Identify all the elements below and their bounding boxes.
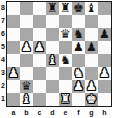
black-pawn[interactable]: ♟ [99, 28, 110, 41]
black-king[interactable]: ♚ [73, 2, 84, 15]
square-c6[interactable] [33, 28, 46, 41]
square-h8[interactable] [98, 2, 111, 15]
square-c5[interactable]: ♟ [33, 41, 46, 54]
chess-board: ♜♜♚♝♛♞♟♟♟♟♟♝♞♟♞♟♛♟♟♝♜♚ [6, 1, 112, 107]
black-bishop[interactable]: ♝ [86, 2, 97, 15]
square-e6[interactable]: ♛ [59, 28, 72, 41]
square-c2[interactable] [33, 80, 46, 93]
square-b4[interactable] [20, 54, 33, 67]
square-f1[interactable] [72, 93, 85, 106]
chess-diagram: ♜♜♚♝♛♞♟♟♟♟♟♝♞♟♞♟♛♟♟♝♜♚ 87654321 abcdefgh [0, 0, 118, 118]
white-pawn[interactable]: ♟ [99, 67, 110, 80]
square-g2[interactable]: ♟ [85, 80, 98, 93]
file-label-f: f [72, 108, 85, 117]
black-knight[interactable]: ♞ [60, 54, 71, 67]
square-e3[interactable] [59, 67, 72, 80]
file-label-a: a [7, 108, 20, 117]
square-a5[interactable] [7, 41, 20, 54]
square-e1[interactable]: ♜ [59, 93, 72, 106]
black-rook[interactable]: ♜ [60, 2, 71, 15]
square-e2[interactable] [59, 80, 72, 93]
square-c7[interactable] [33, 15, 46, 28]
square-b8[interactable] [20, 2, 33, 15]
square-e5[interactable] [59, 41, 72, 54]
square-d3[interactable] [46, 67, 59, 80]
square-b2[interactable]: ♛ [20, 80, 33, 93]
rank-label-3: 3 [0, 66, 6, 79]
square-h4[interactable] [98, 54, 111, 67]
square-f3[interactable]: ♞ [72, 67, 85, 80]
square-e4[interactable]: ♞ [59, 54, 72, 67]
file-label-e: e [59, 108, 72, 117]
square-g6[interactable] [85, 28, 98, 41]
rank-label-1: 1 [0, 92, 6, 105]
square-h3[interactable]: ♟ [98, 67, 111, 80]
square-d1[interactable] [46, 93, 59, 106]
square-h2[interactable] [98, 80, 111, 93]
white-pawn[interactable]: ♟ [34, 41, 45, 54]
white-pawn[interactable]: ♟ [8, 67, 19, 80]
square-b1[interactable]: ♝ [20, 93, 33, 106]
file-label-d: d [46, 108, 59, 117]
white-rook[interactable]: ♜ [60, 93, 71, 106]
white-pawn[interactable]: ♟ [21, 41, 32, 54]
square-c3[interactable] [33, 67, 46, 80]
square-g7[interactable] [85, 15, 98, 28]
square-f5[interactable]: ♟ [72, 41, 85, 54]
black-pawn[interactable]: ♟ [86, 41, 97, 54]
square-e7[interactable] [59, 15, 72, 28]
white-bishop[interactable]: ♝ [47, 54, 58, 67]
rank-label-8: 8 [0, 1, 6, 14]
square-a7[interactable] [7, 15, 20, 28]
square-h6[interactable]: ♟ [98, 28, 111, 41]
square-f4[interactable] [72, 54, 85, 67]
white-knight[interactable]: ♞ [73, 67, 84, 80]
square-a2[interactable] [7, 80, 20, 93]
rank-label-2: 2 [0, 79, 6, 92]
square-a6[interactable] [7, 28, 20, 41]
square-a3[interactable]: ♟ [7, 67, 20, 80]
square-d8[interactable]: ♜ [46, 2, 59, 15]
file-label-h: h [98, 108, 111, 117]
square-b6[interactable] [20, 28, 33, 41]
square-g3[interactable] [85, 67, 98, 80]
square-c8[interactable] [33, 2, 46, 15]
square-g1[interactable]: ♚ [85, 93, 98, 106]
file-label-g: g [85, 108, 98, 117]
white-king[interactable]: ♚ [86, 93, 97, 106]
square-a4[interactable] [7, 54, 20, 67]
white-pawn[interactable]: ♟ [86, 80, 97, 93]
rank-label-6: 6 [0, 27, 6, 40]
square-c4[interactable] [33, 54, 46, 67]
square-d7[interactable] [46, 15, 59, 28]
square-d2[interactable] [46, 80, 59, 93]
square-h5[interactable] [98, 41, 111, 54]
white-bishop[interactable]: ♝ [21, 93, 32, 106]
rank-label-7: 7 [0, 14, 6, 27]
square-g5[interactable]: ♟ [85, 41, 98, 54]
square-h7[interactable] [98, 15, 111, 28]
white-pawn[interactable]: ♟ [73, 80, 84, 93]
square-b7[interactable] [20, 15, 33, 28]
square-d6[interactable] [46, 28, 59, 41]
square-g4[interactable] [85, 54, 98, 67]
black-rook[interactable]: ♜ [47, 2, 58, 15]
square-b5[interactable]: ♟ [20, 41, 33, 54]
black-queen[interactable]: ♛ [60, 28, 71, 41]
square-c1[interactable] [33, 93, 46, 106]
file-label-b: b [20, 108, 33, 117]
square-e8[interactable]: ♜ [59, 2, 72, 15]
square-f8[interactable]: ♚ [72, 2, 85, 15]
square-b3[interactable] [20, 67, 33, 80]
square-a8[interactable] [7, 2, 20, 15]
black-pawn[interactable]: ♟ [73, 41, 84, 54]
file-label-c: c [33, 108, 46, 117]
black-knight[interactable]: ♞ [73, 28, 84, 41]
rank-label-5: 5 [0, 40, 6, 53]
square-a1[interactable] [7, 93, 20, 106]
square-f2[interactable]: ♟ [72, 80, 85, 93]
square-h1[interactable] [98, 93, 111, 106]
square-f7[interactable] [72, 15, 85, 28]
rank-label-4: 4 [0, 53, 6, 66]
square-d4[interactable]: ♝ [46, 54, 59, 67]
square-f6[interactable]: ♞ [72, 28, 85, 41]
square-g8[interactable]: ♝ [85, 2, 98, 15]
square-d5[interactable] [46, 41, 59, 54]
black-queen[interactable]: ♛ [21, 80, 32, 93]
